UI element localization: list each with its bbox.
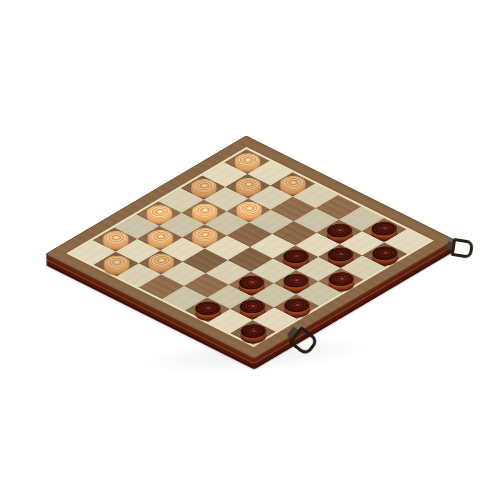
checkers-board	[45, 135, 455, 358]
clasp-latch-icon-right	[446, 236, 474, 258]
product-photo-scene	[0, 0, 500, 500]
board-grid	[71, 149, 430, 345]
board-boundary-line	[66, 147, 433, 347]
board-frame	[45, 135, 455, 358]
latch-ring-icon	[451, 238, 475, 259]
